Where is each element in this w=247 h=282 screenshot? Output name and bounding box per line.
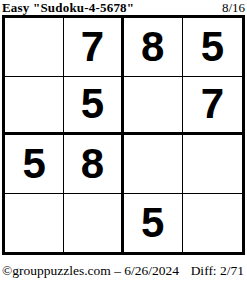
cell-r1c2[interactable]: 7 (64, 18, 123, 77)
cell-r1c3[interactable]: 8 (124, 18, 183, 77)
cell-r1c4[interactable]: 5 (183, 18, 242, 77)
cell-r4c1[interactable] (5, 194, 64, 253)
cell-r4c3[interactable]: 5 (124, 194, 183, 253)
puzzle-title: Easy "Sudoku-4-5678" (2, 1, 134, 14)
cell-r3c4[interactable] (183, 135, 242, 194)
footer: ©grouppuzzles.com – 6/26/2024 Diff: 2/71 (0, 260, 247, 278)
cell-r4c4[interactable] (183, 194, 242, 253)
cell-r3c2[interactable]: 8 (64, 135, 123, 194)
sudoku-board: 7 8 5 5 7 5 8 5 (2, 15, 245, 255)
copyright-text: ©grouppuzzles.com – 6/26/2024 (2, 264, 179, 278)
difficulty-text: Diff: 2/71 (191, 264, 244, 278)
cell-r4c2[interactable] (64, 194, 123, 253)
sudoku-page: Easy "Sudoku-4-5678" 8/16 7 8 5 5 7 5 8 … (0, 0, 247, 282)
givens-count: 8/16 (222, 1, 245, 14)
cell-r3c1[interactable]: 5 (5, 135, 64, 194)
cell-r2c2[interactable]: 5 (64, 77, 123, 136)
cell-r2c4[interactable]: 7 (183, 77, 242, 136)
cell-r1c1[interactable] (5, 18, 64, 77)
cell-r3c3[interactable] (124, 135, 183, 194)
cell-r2c1[interactable] (5, 77, 64, 136)
cell-r2c3[interactable] (124, 77, 183, 136)
header: Easy "Sudoku-4-5678" 8/16 (0, 0, 247, 15)
